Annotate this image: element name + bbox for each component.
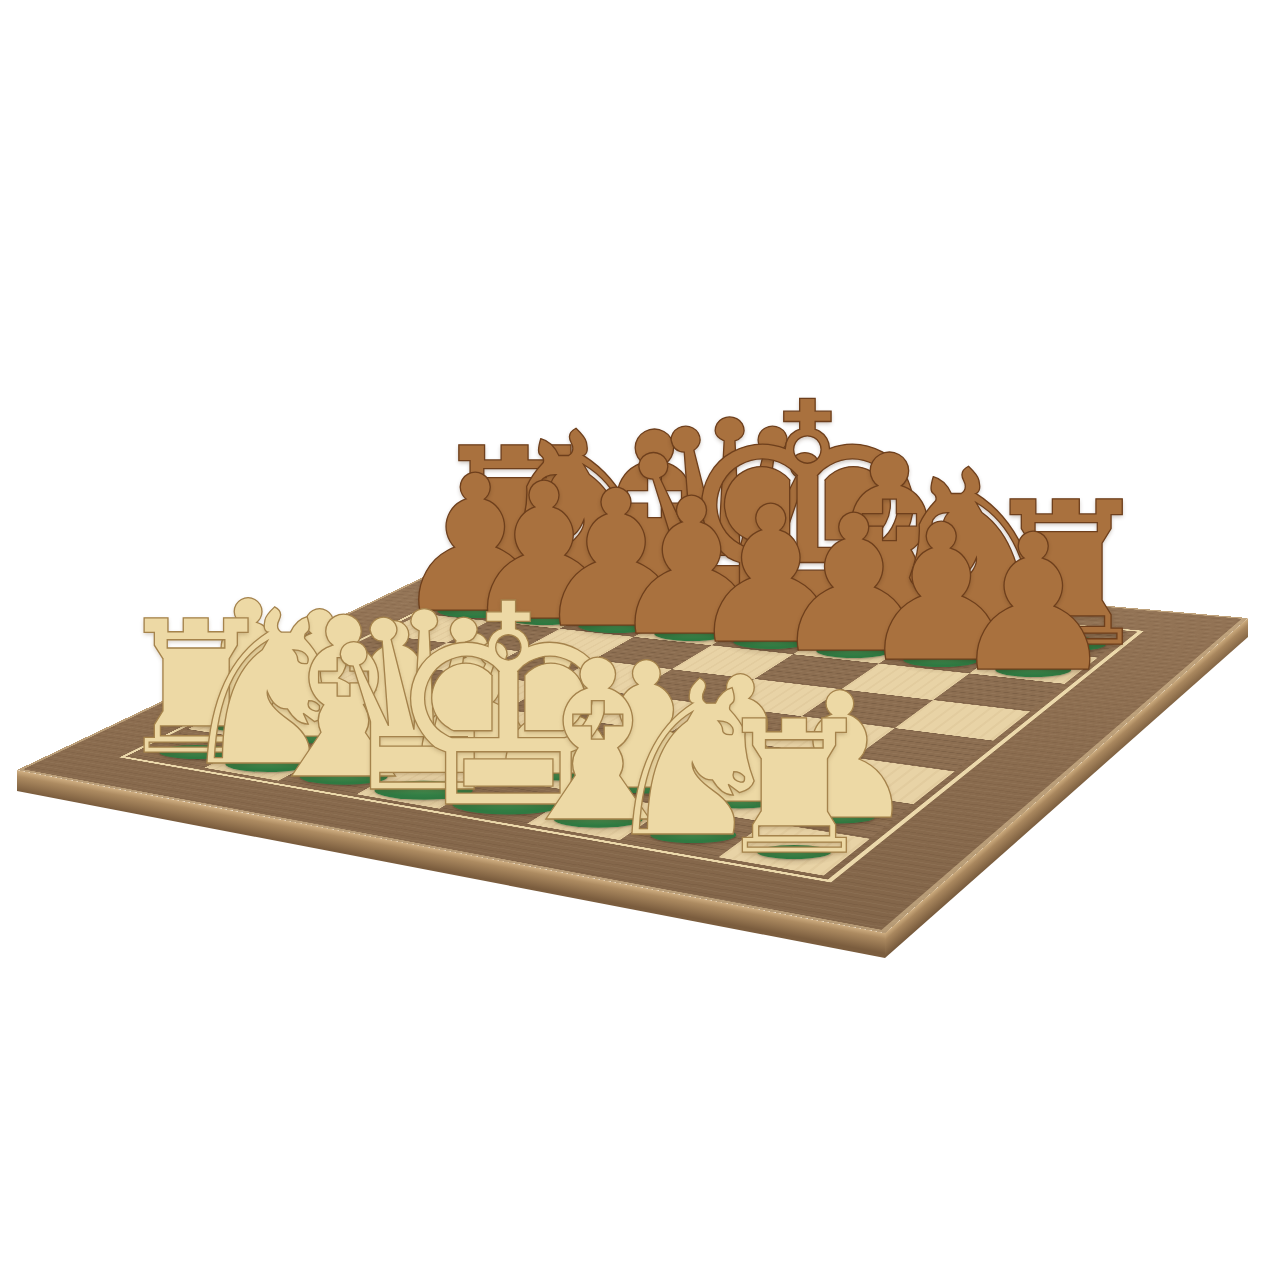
white-rook-icon: ♜ [712, 696, 877, 880]
page: { "game": "chess", "scene": { "descripti… [0, 0, 1280, 1280]
chess-set-photo: ♜♞♝♛♚♝♞♜♟♟♟♟♟♟♟♟♟♟♟♟♟♟♟♟♜♞♝♛♚♝♞♜ [0, 0, 1280, 1280]
black-pawn-icon: ♟ [949, 510, 1118, 699]
